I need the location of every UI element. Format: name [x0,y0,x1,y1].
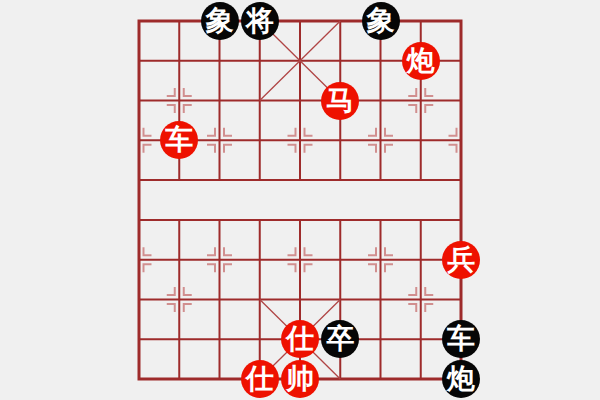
xiangqi-app: 象将象炮马车兵仕卒车仕帅炮 [0,0,600,400]
piece-red-general[interactable]: 帅 [281,360,319,398]
piece-black-chariot[interactable]: 车 [442,320,480,358]
xiangqi-piece-layer: 象将象炮马车兵仕卒车仕帅炮 [119,1,481,399]
piece-red-soldier[interactable]: 兵 [442,241,480,279]
piece-red-advisor-high[interactable]: 仕 [281,320,319,358]
piece-black-elephant-left[interactable]: 象 [201,2,239,40]
piece-red-chariot[interactable]: 车 [160,121,198,159]
piece-black-elephant-right[interactable]: 象 [362,2,400,40]
piece-red-horse[interactable]: 马 [321,82,359,120]
piece-black-soldier[interactable]: 卒 [321,320,359,358]
piece-red-cannon[interactable]: 炮 [402,42,440,80]
piece-black-general[interactable]: 将 [241,2,279,40]
piece-black-cannon[interactable]: 炮 [442,360,480,398]
piece-red-advisor-low[interactable]: 仕 [241,360,279,398]
